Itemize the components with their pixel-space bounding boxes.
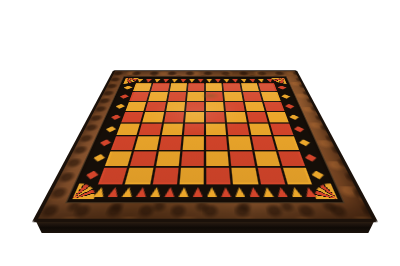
board-square[interactable]	[159, 137, 182, 150]
board-square[interactable]	[130, 151, 156, 166]
border-triangle	[234, 187, 245, 197]
border-diamond	[123, 86, 133, 90]
border-triangle	[136, 79, 143, 83]
board-square[interactable]	[182, 137, 204, 150]
board-square[interactable]	[169, 83, 186, 91]
board-square[interactable]	[168, 92, 186, 101]
border-triangle	[189, 79, 195, 83]
border-diamond	[99, 139, 113, 146]
board-square[interactable]	[244, 101, 264, 110]
board-square[interactable]	[152, 168, 178, 185]
border-triangle	[303, 187, 316, 197]
border-diamond	[277, 86, 287, 90]
board-square[interactable]	[135, 137, 159, 150]
board-square[interactable]	[226, 112, 246, 122]
board-square[interactable]	[230, 151, 254, 166]
board-square[interactable]	[166, 101, 185, 110]
board-square[interactable]	[206, 92, 223, 101]
board-square[interactable]	[274, 137, 299, 150]
border-diamond	[119, 94, 130, 98]
border-diamond	[284, 104, 295, 109]
border-diamond	[310, 171, 326, 180]
border-triangle	[179, 187, 190, 197]
board-square[interactable]	[187, 92, 204, 101]
burl-wood-frame	[32, 70, 378, 222]
border-triangle	[193, 187, 203, 197]
board-square[interactable]	[121, 112, 143, 122]
border-triangle	[207, 187, 217, 197]
photo-background	[0, 0, 400, 266]
board-square[interactable]	[188, 83, 205, 91]
border-triangle	[162, 79, 169, 83]
ebonised-molding	[65, 76, 345, 203]
board-square[interactable]	[133, 83, 152, 91]
board-square[interactable]	[149, 92, 168, 101]
border-triangle	[107, 187, 120, 197]
board-square[interactable]	[283, 168, 312, 185]
border-diamond	[293, 126, 306, 132]
border-triangle	[289, 187, 302, 197]
board-square[interactable]	[206, 101, 224, 110]
border-triangles-bottom	[93, 186, 316, 197]
border-diamond	[288, 114, 300, 119]
border-triangle	[180, 79, 187, 83]
border-triangle	[171, 79, 178, 83]
board-square[interactable]	[206, 168, 231, 185]
board-square[interactable]	[254, 151, 280, 166]
board-square[interactable]	[267, 112, 289, 122]
board-square[interactable]	[258, 83, 277, 91]
board-square[interactable]	[257, 168, 285, 185]
checker-grid	[98, 83, 312, 184]
board-square[interactable]	[156, 151, 180, 166]
board-square[interactable]	[270, 124, 294, 136]
border-diamond	[92, 154, 107, 162]
border-triangle	[262, 187, 274, 197]
border-diamond	[105, 126, 118, 132]
border-triangle	[248, 187, 259, 197]
border-diamond	[84, 171, 100, 180]
board-square[interactable]	[225, 101, 244, 110]
border-diamond	[303, 154, 318, 162]
board-square[interactable]	[224, 92, 242, 101]
board-square[interactable]	[139, 124, 162, 136]
board-square[interactable]	[185, 112, 204, 122]
border-triangle	[93, 187, 106, 197]
border-triangle	[136, 187, 148, 197]
board-square[interactable]	[116, 124, 140, 136]
border-triangle	[258, 79, 265, 83]
board-square[interactable]	[227, 124, 248, 136]
board-square[interactable]	[142, 112, 163, 122]
board-square[interactable]	[229, 137, 252, 150]
board-square[interactable]	[125, 168, 153, 185]
border-diamond	[298, 139, 312, 146]
board-square[interactable]	[98, 168, 127, 185]
board-square[interactable]	[184, 124, 204, 136]
border-triangle	[197, 79, 203, 83]
border-diamond	[110, 114, 122, 119]
board-square[interactable]	[261, 92, 281, 101]
board-square[interactable]	[206, 124, 226, 136]
board-square[interactable]	[251, 137, 275, 150]
board-square[interactable]	[129, 92, 149, 101]
board-square[interactable]	[105, 151, 132, 166]
board-square[interactable]	[241, 83, 259, 91]
board-square[interactable]	[111, 137, 136, 150]
board-square[interactable]	[206, 137, 228, 150]
games-board	[32, 70, 378, 222]
board-square[interactable]	[242, 92, 261, 101]
border-triangle	[266, 79, 273, 83]
board-square[interactable]	[278, 151, 305, 166]
board-square[interactable]	[181, 151, 204, 166]
board-square[interactable]	[164, 112, 184, 122]
border-triangle	[206, 79, 212, 83]
board-square[interactable]	[126, 101, 147, 110]
board-square[interactable]	[179, 168, 204, 185]
border-diamond	[115, 104, 126, 109]
border-triangle	[232, 79, 239, 83]
border-triangle	[276, 187, 288, 197]
border-triangles-top	[136, 78, 274, 82]
board-square[interactable]	[232, 168, 258, 185]
board-square[interactable]	[146, 101, 166, 110]
border-diamond	[280, 94, 291, 98]
border-triangle	[241, 79, 248, 83]
board-square[interactable]	[161, 124, 182, 136]
board-square[interactable]	[264, 101, 285, 110]
border-triangle	[122, 187, 134, 197]
board-square[interactable]	[249, 124, 272, 136]
border-triangle	[223, 79, 230, 83]
board-square[interactable]	[206, 83, 223, 91]
decorated-border-band	[72, 78, 337, 199]
border-triangle	[150, 187, 161, 197]
board-square[interactable]	[246, 112, 267, 122]
board-square[interactable]	[206, 151, 229, 166]
board-square[interactable]	[223, 83, 240, 91]
border-triangle	[249, 79, 256, 83]
border-triangle	[145, 79, 152, 83]
border-triangle	[164, 187, 175, 197]
board-square[interactable]	[186, 101, 204, 110]
border-triangle	[221, 187, 232, 197]
board-square[interactable]	[151, 83, 169, 91]
border-triangle	[154, 79, 161, 83]
border-triangle	[215, 79, 221, 83]
board-square[interactable]	[206, 112, 225, 122]
